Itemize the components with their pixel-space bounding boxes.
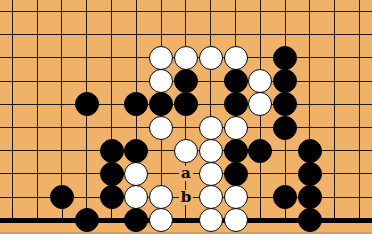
black-stone[interactable]	[298, 139, 322, 163]
black-stone[interactable]	[224, 69, 248, 93]
white-stone[interactable]	[124, 185, 148, 209]
intersection-c1-r9[interactable]	[0, 186, 25, 209]
intersection-c9-r2[interactable]	[198, 23, 223, 46]
intersection-c11-r1[interactable]	[248, 0, 273, 23]
intersection-c14-r3[interactable]	[322, 46, 347, 69]
intersection-c12-r4[interactable]	[273, 70, 298, 93]
white-stone[interactable]	[248, 92, 272, 116]
intersection-c5-r1[interactable]	[99, 0, 124, 23]
intersection-c9-r10[interactable]	[198, 209, 223, 232]
white-stone[interactable]	[224, 116, 248, 140]
intersection-c12-r5[interactable]	[273, 93, 298, 116]
intersection-c9-r3[interactable]	[198, 46, 223, 69]
black-stone[interactable]	[298, 208, 322, 232]
black-stone[interactable]	[273, 69, 297, 93]
intersection-c11-r5[interactable]	[248, 93, 273, 116]
intersection-c13-r1[interactable]	[298, 0, 323, 23]
black-stone[interactable]	[75, 92, 99, 116]
intersection-c13-r8[interactable]	[298, 162, 323, 185]
intersection-c7-r7[interactable]	[149, 139, 174, 162]
white-stone[interactable]	[224, 208, 248, 232]
intersection-c15-r1[interactable]	[347, 0, 372, 23]
intersection-c3-r8[interactable]	[50, 162, 75, 185]
intersection-c2-r4[interactable]	[25, 70, 50, 93]
intersection-c13-r10[interactable]	[298, 209, 323, 232]
intersection-c10-r7[interactable]	[223, 139, 248, 162]
intersection-c4-r7[interactable]	[74, 139, 99, 162]
black-stone[interactable]	[174, 69, 198, 93]
intersection-c7-r9[interactable]	[149, 186, 174, 209]
intersection-c7-r5[interactable]	[149, 93, 174, 116]
go-board: ab	[0, 0, 372, 234]
intersection-c5-r6[interactable]	[99, 116, 124, 139]
black-stone[interactable]	[149, 92, 173, 116]
intersection-c3-r4[interactable]	[50, 70, 75, 93]
intersection-c10-r2[interactable]	[223, 23, 248, 46]
intersection-c10-r5[interactable]	[223, 93, 248, 116]
intersection-c15-r5[interactable]	[347, 93, 372, 116]
intersection-c10-r10[interactable]	[223, 209, 248, 232]
intersection-c7-r1[interactable]	[149, 0, 174, 23]
intersection-c9-r7[interactable]	[198, 139, 223, 162]
intersection-c14-r9[interactable]	[322, 186, 347, 209]
black-stone[interactable]	[224, 162, 248, 186]
intersection-c8-r6[interactable]	[174, 116, 199, 139]
white-stone[interactable]	[248, 69, 272, 93]
intersection-c15-r2[interactable]	[347, 23, 372, 46]
intersection-c11-r7[interactable]	[248, 139, 273, 162]
black-stone[interactable]	[124, 139, 148, 163]
intersection-c8-r7[interactable]	[174, 139, 199, 162]
white-stone[interactable]	[199, 116, 223, 140]
white-stone[interactable]	[224, 46, 248, 70]
intersection-c11-r4[interactable]	[248, 70, 273, 93]
intersection-c5-r3[interactable]	[99, 46, 124, 69]
go-diagram: ab	[0, 0, 372, 234]
intersection-c11-r3[interactable]	[248, 46, 273, 69]
intersection-c12-r2[interactable]	[273, 23, 298, 46]
intersection-c9-r5[interactable]	[198, 93, 223, 116]
intersection-c6-r6[interactable]	[124, 116, 149, 139]
intersection-c5-r8[interactable]	[99, 162, 124, 185]
board-grid: ab	[0, 0, 372, 232]
intersection-c5-r9[interactable]	[99, 186, 124, 209]
intersection-c12-r9[interactable]	[273, 186, 298, 209]
intersection-c6-r8[interactable]	[124, 162, 149, 185]
intersection-c10-r3[interactable]	[223, 46, 248, 69]
intersection-c11-r10[interactable]	[248, 209, 273, 232]
intersection-c11-r6[interactable]	[248, 116, 273, 139]
intersection-c11-r2[interactable]	[248, 23, 273, 46]
intersection-c5-r5[interactable]	[99, 93, 124, 116]
intersection-c2-r2[interactable]	[25, 23, 50, 46]
intersection-c14-r10[interactable]	[322, 209, 347, 232]
white-stone[interactable]	[174, 139, 198, 163]
intersection-c15-r7[interactable]	[347, 139, 372, 162]
intersection-c5-r7[interactable]	[99, 139, 124, 162]
intersection-c13-r2[interactable]	[298, 23, 323, 46]
intersection-c15-r9[interactable]	[347, 186, 372, 209]
intersection-c13-r7[interactable]	[298, 139, 323, 162]
black-stone[interactable]	[224, 92, 248, 116]
intersection-c12-r3[interactable]	[273, 46, 298, 69]
intersection-c6-r4[interactable]	[124, 70, 149, 93]
black-stone[interactable]	[124, 208, 148, 232]
intersection-c2-r9[interactable]	[25, 186, 50, 209]
intersection-c4-r4[interactable]	[74, 70, 99, 93]
intersection-c2-r6[interactable]	[25, 116, 50, 139]
intersection-c8-r1[interactable]	[174, 0, 199, 23]
intersection-c13-r6[interactable]	[298, 116, 323, 139]
intersection-c14-r8[interactable]	[322, 162, 347, 185]
intersection-c10-r1[interactable]	[223, 0, 248, 23]
intersection-c8-r3[interactable]	[174, 46, 199, 69]
intersection-c7-r4[interactable]	[149, 70, 174, 93]
intersection-c4-r3[interactable]	[74, 46, 99, 69]
intersection-c3-r10[interactable]	[50, 209, 75, 232]
intersection-c2-r10[interactable]	[25, 209, 50, 232]
white-stone[interactable]	[149, 208, 173, 232]
intersection-c2-r7[interactable]	[25, 139, 50, 162]
intersection-c10-r6[interactable]	[223, 116, 248, 139]
intersection-c3-r1[interactable]	[50, 0, 75, 23]
intersection-c13-r9[interactable]	[298, 186, 323, 209]
intersection-c7-r2[interactable]	[149, 23, 174, 46]
intersection-c10-r8[interactable]	[223, 162, 248, 185]
intersection-c7-r10[interactable]	[149, 209, 174, 232]
intersection-c8-r8[interactable]: a	[174, 162, 199, 185]
intersection-c1-r10[interactable]	[0, 209, 25, 232]
intersection-c15-r3[interactable]	[347, 46, 372, 69]
intersection-c3-r3[interactable]	[50, 46, 75, 69]
intersection-c7-r3[interactable]	[149, 46, 174, 69]
intersection-c3-r6[interactable]	[50, 116, 75, 139]
white-stone[interactable]	[224, 185, 248, 209]
white-stone[interactable]	[199, 208, 223, 232]
intersection-c12-r10[interactable]	[273, 209, 298, 232]
intersection-c9-r1[interactable]	[198, 0, 223, 23]
intersection-c8-r9[interactable]: b	[174, 186, 199, 209]
intersection-c1-r8[interactable]	[0, 162, 25, 185]
intersection-c10-r4[interactable]	[223, 70, 248, 93]
intersection-c15-r10[interactable]	[347, 209, 372, 232]
intersection-c4-r9[interactable]	[74, 186, 99, 209]
intersection-c1-r3[interactable]	[0, 46, 25, 69]
intersection-c14-r7[interactable]	[322, 139, 347, 162]
intersection-c8-r5[interactable]	[174, 93, 199, 116]
intersection-c5-r10[interactable]	[99, 209, 124, 232]
white-stone[interactable]	[174, 46, 198, 70]
intersection-c12-r7[interactable]	[273, 139, 298, 162]
white-stone[interactable]	[149, 116, 173, 140]
intersection-c9-r8[interactable]	[198, 162, 223, 185]
intersection-c13-r5[interactable]	[298, 93, 323, 116]
intersection-c2-r8[interactable]	[25, 162, 50, 185]
intersection-c2-r3[interactable]	[25, 46, 50, 69]
black-stone[interactable]	[224, 139, 248, 163]
black-stone[interactable]	[100, 185, 124, 209]
intersection-c1-r7[interactable]	[0, 139, 25, 162]
intersection-c12-r1[interactable]	[273, 0, 298, 23]
intersection-c6-r3[interactable]	[124, 46, 149, 69]
point-label-a: a	[179, 166, 193, 181]
intersection-c7-r6[interactable]	[149, 116, 174, 139]
intersection-c9-r4[interactable]	[198, 70, 223, 93]
black-stone[interactable]	[248, 139, 272, 163]
intersection-c9-r9[interactable]	[198, 186, 223, 209]
intersection-c14-r5[interactable]	[322, 93, 347, 116]
intersection-c1-r1[interactable]	[0, 0, 25, 23]
intersection-c6-r5[interactable]	[124, 93, 149, 116]
intersection-c4-r5[interactable]	[74, 93, 99, 116]
intersection-c14-r2[interactable]	[322, 23, 347, 46]
intersection-c14-r1[interactable]	[322, 0, 347, 23]
intersection-c3-r7[interactable]	[50, 139, 75, 162]
white-stone[interactable]	[149, 185, 173, 209]
intersection-c3-r5[interactable]	[50, 93, 75, 116]
intersection-c1-r6[interactable]	[0, 116, 25, 139]
black-stone[interactable]	[75, 208, 99, 232]
black-stone[interactable]	[273, 92, 297, 116]
black-stone[interactable]	[273, 185, 297, 209]
intersection-c6-r10[interactable]	[124, 209, 149, 232]
black-stone[interactable]	[100, 162, 124, 186]
intersection-c8-r4[interactable]	[174, 70, 199, 93]
intersection-c4-r1[interactable]	[74, 0, 99, 23]
black-stone[interactable]	[100, 139, 124, 163]
white-stone[interactable]	[124, 162, 148, 186]
intersection-c2-r5[interactable]	[25, 93, 50, 116]
white-stone[interactable]	[199, 185, 223, 209]
black-stone[interactable]	[273, 116, 297, 140]
white-stone[interactable]	[149, 69, 173, 93]
black-stone[interactable]	[298, 162, 322, 186]
intersection-c9-r6[interactable]	[198, 116, 223, 139]
point-label-b: b	[179, 190, 194, 205]
black-stone[interactable]	[50, 185, 74, 209]
white-stone[interactable]	[199, 162, 223, 186]
white-stone[interactable]	[149, 46, 173, 70]
black-stone[interactable]	[174, 92, 198, 116]
intersection-c12-r6[interactable]	[273, 116, 298, 139]
black-stone[interactable]	[273, 46, 297, 70]
intersection-c6-r1[interactable]	[124, 0, 149, 23]
intersection-c4-r8[interactable]	[74, 162, 99, 185]
white-stone[interactable]	[199, 139, 223, 163]
intersection-c4-r6[interactable]	[74, 116, 99, 139]
intersection-c10-r9[interactable]	[223, 186, 248, 209]
intersection-c1-r4[interactable]	[0, 70, 25, 93]
intersection-c6-r2[interactable]	[124, 23, 149, 46]
intersection-c5-r2[interactable]	[99, 23, 124, 46]
intersection-c7-r8[interactable]	[149, 162, 174, 185]
intersection-c13-r4[interactable]	[298, 70, 323, 93]
intersection-c6-r9[interactable]	[124, 186, 149, 209]
intersection-c11-r9[interactable]	[248, 186, 273, 209]
intersection-c3-r9[interactable]	[50, 186, 75, 209]
intersection-c1-r2[interactable]	[0, 23, 25, 46]
intersection-c14-r6[interactable]	[322, 116, 347, 139]
intersection-c2-r1[interactable]	[25, 0, 50, 23]
intersection-c14-r4[interactable]	[322, 70, 347, 93]
intersection-c5-r4[interactable]	[99, 70, 124, 93]
intersection-c4-r2[interactable]	[74, 23, 99, 46]
intersection-c3-r2[interactable]	[50, 23, 75, 46]
intersection-c15-r4[interactable]	[347, 70, 372, 93]
intersection-c15-r8[interactable]	[347, 162, 372, 185]
intersection-c1-r5[interactable]	[0, 93, 25, 116]
intersection-c12-r8[interactable]	[273, 162, 298, 185]
intersection-c13-r3[interactable]	[298, 46, 323, 69]
black-stone[interactable]	[298, 185, 322, 209]
white-stone[interactable]	[199, 46, 223, 70]
black-stone[interactable]	[124, 92, 148, 116]
intersection-c4-r10[interactable]	[74, 209, 99, 232]
intersection-c6-r7[interactable]	[124, 139, 149, 162]
intersection-c11-r8[interactable]	[248, 162, 273, 185]
intersection-c8-r10[interactable]	[174, 209, 199, 232]
intersection-c8-r2[interactable]	[174, 23, 199, 46]
intersection-c15-r6[interactable]	[347, 116, 372, 139]
